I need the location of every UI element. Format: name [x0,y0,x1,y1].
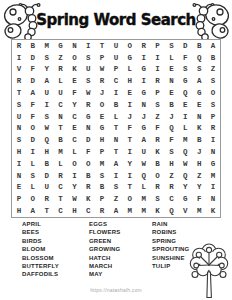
grid-cell-r3c1[interactable]: V [12,64,26,76]
grid-cell-r3c15[interactable]: Z [206,64,220,76]
grid-cell-r13c8[interactable]: S [109,182,123,194]
grid-cell-r4c12[interactable]: N [165,75,179,87]
grid-cell-r13c1[interactable]: E [12,182,26,194]
grid-cell-r3c4[interactable]: R [54,64,68,76]
grid-cell-r11c11[interactable]: B [151,158,165,170]
grid-cell-r4c13[interactable]: G [178,75,192,87]
grid-cell-r15c10[interactable]: M [137,205,151,217]
grid-cell-r12c12[interactable]: Z [165,170,179,182]
grid-cell-r1c12[interactable]: S [165,40,179,52]
word-list-item: DAFFODILS [22,270,89,278]
grid-cell-r5c14[interactable]: G [192,87,206,99]
grid-cell-r12c6[interactable]: B [81,170,95,182]
grid-cell-r11c12[interactable]: H [165,158,179,170]
grid-cell-r5c6[interactable]: W [81,87,95,99]
grid-cell-r9c6[interactable]: D [81,134,95,146]
grid-cell-r2c11[interactable]: I [151,52,165,64]
grid-cell-r12c2[interactable]: S [26,170,40,182]
grid-cell-r8c7[interactable]: G [95,123,109,135]
grid-cell-r7c11[interactable]: Z [151,111,165,123]
grid-cell-r15c8[interactable]: A [109,205,123,217]
grid-cell-r2c2[interactable]: D [26,52,40,64]
grid-cell-r9c11[interactable]: R [151,134,165,146]
grid-cell-r10c4[interactable]: M [54,146,68,158]
grid-cell-r10c9[interactable]: I [123,146,137,158]
grid-cell-r9c9[interactable]: T [123,134,137,146]
grid-cell-r4c11[interactable]: R [151,75,165,87]
grid-cell-r3c11[interactable]: I [151,64,165,76]
grid-cell-r2c7[interactable]: P [95,52,109,64]
word-list-item: APRIL [22,220,89,228]
grid-cell-r4c8[interactable]: C [109,75,123,87]
grid-cell-r8c15[interactable]: R [206,123,220,135]
word-list-item: GROWING [89,245,152,253]
grid-cell-r3c9[interactable]: L [123,64,137,76]
grid-cell-r2c5[interactable]: O [67,52,81,64]
grid-cell-r6c7[interactable]: O [95,99,109,111]
grid-cell-r8c13[interactable]: L [178,123,192,135]
grid-cell-r4c1[interactable]: R [12,75,26,87]
grid-cell-r15c13[interactable]: V [178,205,192,217]
grid-cell-r13c3[interactable]: U [40,182,54,194]
grid-cell-r11c9[interactable]: Y [123,158,137,170]
grid-cell-r3c10[interactable]: G [137,64,151,76]
grid-cell-r2c14[interactable]: Q [192,52,206,64]
grid-cell-r2c10[interactable]: I [137,52,151,64]
grid-cell-r6c5[interactable]: Y [67,99,81,111]
grid-cell-r8c1[interactable]: N [12,123,26,135]
grid-cell-r1c1[interactable]: R [12,40,26,52]
grid-cell-r3c2[interactable]: F [26,64,40,76]
grid-cell-r14c5[interactable]: W [67,193,81,205]
grid-cell-r3c3[interactable]: Y [40,64,54,76]
grid-cell-r6c12[interactable]: B [165,99,179,111]
grid-cell-r2c3[interactable]: S [40,52,54,64]
grid-cell-r9c1[interactable]: S [12,134,26,146]
grid-cell-r6c11[interactable]: S [151,99,165,111]
grid-cell-r2c4[interactable]: Z [54,52,68,64]
grid-cell-r3c5[interactable]: K [67,64,81,76]
grid-cell-r13c15[interactable]: I [206,182,220,194]
grid-cell-r13c7[interactable]: B [95,182,109,194]
grid-cell-r14c8[interactable]: Z [109,193,123,205]
grid-cell-r2c6[interactable]: S [81,52,95,64]
word-list-item: MARCH [89,262,152,270]
grid-cell-r5c5[interactable]: F [67,87,81,99]
grid-cell-r7c14[interactable]: N [192,111,206,123]
grid-cell-r7c15[interactable]: P [206,111,220,123]
grid-cell-r1c14[interactable]: B [192,40,206,52]
grid-cell-r4c3[interactable]: A [40,75,54,87]
grid-cell-r10c14[interactable]: J [192,146,206,158]
grid-cell-r15c6[interactable]: C [81,205,95,217]
grid-cell-r12c14[interactable]: Z [192,170,206,182]
grid-cell-r12c4[interactable]: R [54,170,68,182]
grid-cell-r6c10[interactable]: N [137,99,151,111]
grid-cell-r8c10[interactable]: G [137,123,151,135]
grid-cell-r4c14[interactable]: A [192,75,206,87]
grid-cell-r8c3[interactable]: W [40,123,54,135]
grid-cell-r15c5[interactable]: H [67,205,81,217]
grid-cell-r8c14[interactable]: K [192,123,206,135]
grid-cell-r7c8[interactable]: L [109,111,123,123]
grid-cell-r8c5[interactable]: E [67,123,81,135]
grid-cell-r11c6[interactable]: O [81,158,95,170]
grid-cell-r1c2[interactable]: B [26,40,40,52]
grid-cell-r3c6[interactable]: U [81,64,95,76]
grid-cell-r12c9[interactable]: I [123,170,137,182]
grid-cell-r10c15[interactable]: N [206,146,220,158]
source-url: https://natashalh.com [0,287,232,293]
grid-cell-r14c4[interactable]: T [54,193,68,205]
word-list-item: HATCH [89,254,152,262]
word-list-item: GREEN [89,237,152,245]
grid-cell-r11c13[interactable]: W [178,158,192,170]
grid-cell-r5c1[interactable]: T [12,87,26,99]
grid-cell-r14c9[interactable]: O [123,193,137,205]
grid-cell-r11c1[interactable]: I [12,158,26,170]
grid-cell-r3c13[interactable]: S [178,64,192,76]
grid-cell-r6c6[interactable]: R [81,99,95,111]
grid-cell-r5c12[interactable]: E [165,87,179,99]
word-list-item: SPRING [152,237,189,245]
grid-cell-r2c8[interactable]: U [109,52,123,64]
grid-cell-r2c13[interactable]: F [178,52,192,64]
worksheet-page: Spring Word Search RBMGNITUORPSDBAIDSZOS… [0,0,232,300]
grid-cell-r8c9[interactable]: F [123,123,137,135]
grid-cell-r4c6[interactable]: S [81,75,95,87]
word-list-item: RAIN [152,220,189,228]
word-search-grid: RBMGNITUORPSDBAIDSZOSPUGIILFQBVFYRKUWPLG… [11,39,221,218]
grid-cell-r7c9[interactable]: J [123,111,137,123]
word-list-item: TULIP [152,262,189,270]
word-list-item: BUTTERFLY [22,262,89,270]
grid-cell-r1c6[interactable]: I [81,40,95,52]
grid-cell-r15c7[interactable]: R [95,205,109,217]
grid-cell-r6c8[interactable]: B [109,99,123,111]
grid-cell-r10c3[interactable]: H [40,146,54,158]
grid-cell-r7c4[interactable]: N [54,111,68,123]
grid-cell-r10c1[interactable]: H [12,146,26,158]
grid-cell-r10c6[interactable]: F [81,146,95,158]
grid-cell-r12c3[interactable]: D [40,170,54,182]
grid-cell-r11c7[interactable]: M [95,158,109,170]
grid-cell-r7c12[interactable]: J [165,111,179,123]
grid-cell-r5c4[interactable]: U [54,87,68,99]
grid-cell-r9c15[interactable]: I [206,134,220,146]
word-list-column: EGGSFLOWERSGREENGROWINGHATCHMARCHMAY [89,220,152,279]
grid-cell-r1c15[interactable]: A [206,40,220,52]
grid-cell-r9c5[interactable]: C [67,134,81,146]
word-list-item: MAY [89,270,152,278]
grid-cell-r11c8[interactable]: A [109,158,123,170]
grid-cell-r9c14[interactable]: B [192,134,206,146]
grid-cell-r3c14[interactable]: S [192,64,206,76]
grid-cell-r5c3[interactable]: U [40,87,54,99]
word-list-column: APRILBEESBIRDSBLOOMBLOSSOMBUTTERFLYDAFFO… [22,220,89,279]
grid-cell-r15c11[interactable]: K [151,205,165,217]
grid-cell-r8c8[interactable]: T [109,123,123,135]
grid-cell-r11c15[interactable]: G [206,158,220,170]
grid-cell-r8c4[interactable]: T [54,123,68,135]
grid-cell-r4c4[interactable]: L [54,75,68,87]
grid-cell-r14c2[interactable]: O [26,193,40,205]
grid-cell-r12c1[interactable]: N [12,170,26,182]
grid-cell-r1c11[interactable]: P [151,40,165,52]
grid-cell-r13c5[interactable]: Y [67,182,81,194]
grid-cell-r10c13[interactable]: Q [178,146,192,158]
grid-cell-r15c1[interactable]: H [12,205,26,217]
word-list-column: RAINROBINSSPRINGSPROUTINGSUNSHINETULIP [152,220,189,279]
grid-cell-r11c4[interactable]: L [54,158,68,170]
grid-cell-r8c11[interactable]: F [151,123,165,135]
page-title: Spring Word Search [36,11,196,29]
grid-cell-r13c14[interactable]: Y [192,182,206,194]
grid-cell-r9c10[interactable]: A [137,134,151,146]
butterfly-icon [187,2,231,42]
grid-cell-r4c15[interactable]: S [206,75,220,87]
word-list-item: EGGS [89,220,152,228]
grid-cell-r9c4[interactable]: B [54,134,68,146]
grid-cell-r6c2[interactable]: F [26,99,40,111]
grid-cell-r2c9[interactable]: G [123,52,137,64]
grid-cell-r13c4[interactable]: C [54,182,68,194]
grid-cell-r6c4[interactable]: C [54,99,68,111]
grid-cell-r7c3[interactable]: S [40,111,54,123]
grid-cell-r13c13[interactable]: Y [178,182,192,194]
grid-cell-r14c7[interactable]: P [95,193,109,205]
grid-cell-r13c11[interactable]: R [151,182,165,194]
grid-cell-r13c9[interactable]: T [123,182,137,194]
grid-cell-r13c2[interactable]: L [26,182,40,194]
grid-cell-r9c8[interactable]: N [109,134,123,146]
grid-cell-r4c5[interactable]: E [67,75,81,87]
grid-cell-r10c2[interactable]: I [26,146,40,158]
grid-cell-r10c8[interactable]: T [109,146,123,158]
grid-cell-r13c10[interactable]: L [137,182,151,194]
grid-cell-r11c2[interactable]: L [26,158,40,170]
grid-cell-r14c3[interactable]: R [40,193,54,205]
grid-cell-r14c6[interactable]: K [81,193,95,205]
grid-cell-r3c12[interactable]: E [165,64,179,76]
grid-cell-r12c10[interactable]: Q [137,170,151,182]
grid-cell-r4c2[interactable]: D [26,75,40,87]
word-list-item: BLOOM [22,245,89,253]
grid-cell-r1c7[interactable]: T [95,40,109,52]
grid-cell-r3c8[interactable]: P [109,64,123,76]
grid-cell-r6c14[interactable]: E [192,99,206,111]
word-list-item: SPROUTING [152,245,189,253]
word-list-item: SUNSHINE [152,254,189,262]
grid-cell-r14c14[interactable]: F [192,193,206,205]
grid-cell-r2c1[interactable]: I [12,52,26,64]
word-list-item: BLOSSOM [22,254,89,262]
grid-cell-r9c13[interactable]: M [178,134,192,146]
grid-cell-r8c2[interactable]: O [26,123,40,135]
grid-cell-r6c1[interactable]: S [12,99,26,111]
word-list: APRILBEESBIRDSBLOOMBLOSSOMBUTTERFLYDAFFO… [22,220,189,279]
grid-cell-r12c7[interactable]: S [95,170,109,182]
grid-cell-r9c7[interactable]: H [95,134,109,146]
word-list-item: BIRDS [22,237,89,245]
grid-cell-r15c15[interactable]: K [206,205,220,217]
grid-cell-r5c7[interactable]: J [95,87,109,99]
grid-cell-r15c4[interactable]: C [54,205,68,217]
grid-cell-r2c12[interactable]: L [165,52,179,64]
grid-cell-r14c1[interactable]: P [12,193,26,205]
grid-cell-r5c8[interactable]: I [109,87,123,99]
grid-cell-r5c15[interactable]: O [206,87,220,99]
grid-cell-r5c9[interactable]: E [123,87,137,99]
word-list-item: BEES [22,228,89,236]
grid-cell-r7c7[interactable]: E [95,111,109,123]
grid-cell-r9c12[interactable]: F [165,134,179,146]
grid-cell-r4c10[interactable]: I [137,75,151,87]
grid-cell-r12c8[interactable]: I [109,170,123,182]
grid-cell-r8c6[interactable]: N [81,123,95,135]
grid-cell-r9c3[interactable]: Q [40,134,54,146]
grid-cell-r1c3[interactable]: M [40,40,54,52]
grid-cell-r15c3[interactable]: T [40,205,54,217]
grid-cell-r10c11[interactable]: K [151,146,165,158]
grid-cell-r10c10[interactable]: U [137,146,151,158]
grid-cell-r7c13[interactable]: I [178,111,192,123]
grid-cell-r14c13[interactable]: G [178,193,192,205]
grid-cell-r5c10[interactable]: G [137,87,151,99]
grid-cell-r7c2[interactable]: F [26,111,40,123]
grid-cell-r11c14[interactable]: H [192,158,206,170]
grid-cell-r1c4[interactable]: G [54,40,68,52]
grid-cell-r3c7[interactable]: W [95,64,109,76]
grid-cell-r12c13[interactable]: Q [178,170,192,182]
grid-cell-r1c9[interactable]: O [123,40,137,52]
grid-cell-r10c7[interactable]: P [95,146,109,158]
grid-cell-r15c2[interactable]: A [26,205,40,217]
grid-cell-r12c11[interactable]: O [151,170,165,182]
grid-cell-r6c13[interactable]: E [178,99,192,111]
grid-cell-r15c9[interactable]: M [123,205,137,217]
grid-cell-r7c10[interactable]: J [137,111,151,123]
grid-cell-r9c2[interactable]: D [26,134,40,146]
grid-cell-r5c11[interactable]: P [151,87,165,99]
grid-cell-r15c12[interactable]: Q [165,205,179,217]
grid-cell-r15c14[interactable]: M [192,205,206,217]
grid-cell-r13c12[interactable]: R [165,182,179,194]
grid-cell-r1c10[interactable]: R [137,40,151,52]
grid-cell-r4c9[interactable]: H [123,75,137,87]
grid-cell-r14c15[interactable]: N [206,193,220,205]
grid-cell-r12c5[interactable]: I [67,170,81,182]
grid-cell-r10c12[interactable]: S [165,146,179,158]
grid-cell-r14c10[interactable]: M [137,193,151,205]
grid-cell-r5c13[interactable]: Q [178,87,192,99]
grid-cell-r12c15[interactable]: M [206,170,220,182]
grid-cell-r14c11[interactable]: S [151,193,165,205]
grid-cell-r13c6[interactable]: R [81,182,95,194]
grid-cell-r1c8[interactable]: U [109,40,123,52]
grid-cell-r10c5[interactable]: L [67,146,81,158]
grid-cell-r11c3[interactable]: B [40,158,54,170]
grid-cell-r5c2[interactable]: A [26,87,40,99]
grid-cell-r6c15[interactable]: S [206,99,220,111]
word-list-item: FLOWERS [89,228,152,236]
grid-cell-r11c5[interactable]: O [67,158,81,170]
grid-cell-r6c3[interactable]: I [40,99,54,111]
grid-cell-r7c5[interactable]: C [67,111,81,123]
grid-cell-r14c12[interactable]: C [165,193,179,205]
word-list-item: ROBINS [152,228,189,236]
grid-cell-r7c1[interactable]: U [12,111,26,123]
grid-cell-r7c6[interactable]: G [81,111,95,123]
grid-cell-r11c10[interactable]: W [137,158,151,170]
grid-cell-r1c13[interactable]: D [178,40,192,52]
grid-cell-r2c15[interactable]: B [206,52,220,64]
grid-cell-r8c12[interactable]: Q [165,123,179,135]
grid-cell-r1c5[interactable]: N [67,40,81,52]
grid-cell-r4c7[interactable]: R [95,75,109,87]
grid-cell-r6c9[interactable]: I [123,99,137,111]
